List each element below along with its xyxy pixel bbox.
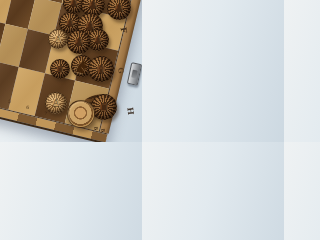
piece-glyph: ♟	[65, 17, 75, 30]
piece-dark-pawn-g7: ♟	[67, 30, 91, 54]
piece-light-pawn-h7: ♙	[45, 92, 67, 114]
piece-dark-rook-h6: ♜	[91, 94, 117, 120]
piece-glyph: ♝	[95, 62, 107, 77]
piece-glyph: ♟	[88, 0, 99, 12]
piece-glyph: ♟	[74, 35, 85, 49]
piece-dark-rook-g5: ♜	[50, 59, 70, 79]
coord-label-H: H	[126, 107, 135, 116]
piece-dark-bishop-h5: ♝	[88, 56, 114, 82]
piece-glyph: ♟	[69, 0, 79, 10]
piece-glyph: ♟	[114, 1, 125, 15]
piece-light-pawn-g6: ♙	[48, 29, 68, 49]
coord-label-G: G	[117, 67, 125, 74]
piece-glyph: ♟	[93, 34, 103, 47]
piece-glyph: ♜	[56, 64, 65, 75]
piece-glyph: ♙	[51, 97, 61, 110]
piece-glyph: ♜	[98, 100, 110, 115]
piece-glyph: ♙	[54, 34, 63, 45]
coord-label-F: F	[119, 27, 128, 34]
piece-light-rook-h8-fallen-base	[67, 100, 95, 128]
